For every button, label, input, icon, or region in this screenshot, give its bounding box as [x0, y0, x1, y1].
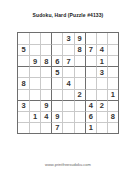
cell-r7c3: 9: [40, 100, 51, 111]
cell-r8c7: 6: [85, 111, 96, 122]
cell-r7c2: [29, 100, 40, 111]
cell-r6c6: 2: [74, 89, 85, 100]
cell-r4c5: [62, 66, 73, 77]
cell-r4c7: [85, 66, 96, 77]
cell-r4c3: [40, 66, 51, 77]
footer-url: www.printfreesudoku.com: [0, 162, 136, 167]
cell-r8c6: [74, 111, 85, 122]
cell-r3c1: [18, 55, 29, 66]
cell-r1c8: [96, 33, 107, 44]
cell-r2c2: [29, 44, 40, 55]
cell-r9c3: [40, 122, 51, 133]
cell-r1c5: 3: [62, 33, 73, 44]
cell-r7c5: [62, 100, 73, 111]
cell-r7c4: [51, 100, 62, 111]
cell-r8c2: 1: [29, 111, 40, 122]
cell-r2c6: 8: [74, 44, 85, 55]
cell-r9c8: [96, 122, 107, 133]
cell-r6c4: [51, 89, 62, 100]
cell-r5c7: [85, 77, 96, 88]
cell-r8c9: 8: [107, 111, 118, 122]
cell-r2c9: [107, 44, 118, 55]
cell-r7c7: 4: [85, 100, 96, 111]
cell-r5c9: [107, 77, 118, 88]
sudoku-page: Sudoku, Hard (Puzzle #4133) 395874986715…: [0, 0, 136, 176]
cell-r6c5: [62, 89, 73, 100]
cell-r1c9: [107, 33, 118, 44]
cell-r6c7: [85, 89, 96, 100]
cell-r6c8: [96, 89, 107, 100]
cell-r2c7: 7: [85, 44, 96, 55]
cell-r6c1: [18, 89, 29, 100]
cell-r8c8: [96, 111, 107, 122]
cell-r9c1: [18, 122, 29, 133]
cell-r5c8: [96, 77, 107, 88]
page-title: Sudoku, Hard (Puzzle #4133): [0, 12, 136, 18]
cell-r9c7: 1: [85, 122, 96, 133]
cell-r1c2: [29, 33, 40, 44]
cell-r9c9: [107, 122, 118, 133]
cell-r5c2: [29, 77, 40, 88]
cell-r2c1: 5: [18, 44, 29, 55]
cell-r3c6: [74, 55, 85, 66]
cell-r1c1: [18, 33, 29, 44]
cell-r3c2: 9: [29, 55, 40, 66]
cell-r4c4: 5: [51, 66, 62, 77]
cell-r1c4: [51, 33, 62, 44]
cell-r4c8: 3: [96, 66, 107, 77]
cell-r4c9: [107, 66, 118, 77]
cell-r9c5: [62, 122, 73, 133]
cell-r9c6: [74, 122, 85, 133]
cell-r5c1: 8: [18, 77, 29, 88]
cell-r8c5: [62, 111, 73, 122]
cell-r6c9: 1: [107, 89, 118, 100]
cell-r3c8: 1: [96, 55, 107, 66]
cell-r8c3: 4: [40, 111, 51, 122]
cell-r4c6: [74, 66, 85, 77]
cell-r9c2: [29, 122, 40, 133]
cell-r5c3: [40, 77, 51, 88]
cell-r1c6: 9: [74, 33, 85, 44]
cell-r7c1: 3: [18, 100, 29, 111]
cell-r7c6: [74, 100, 85, 111]
cell-r2c8: 4: [96, 44, 107, 55]
cell-r5c4: [51, 77, 62, 88]
cell-r1c3: [40, 33, 51, 44]
cell-r8c1: [18, 111, 29, 122]
cell-r3c5: 7: [62, 55, 73, 66]
cell-r1c7: [85, 33, 96, 44]
cell-r5c6: [74, 77, 85, 88]
cell-r3c7: [85, 55, 96, 66]
sudoku-board: 3958749867153842139421496871: [17, 32, 119, 134]
cell-r8c4: 9: [51, 111, 62, 122]
cell-r7c8: 2: [96, 100, 107, 111]
cell-r3c4: 6: [51, 55, 62, 66]
cell-r4c2: [29, 66, 40, 77]
cell-r2c5: [62, 44, 73, 55]
cell-r2c4: [51, 44, 62, 55]
cell-r3c9: [107, 55, 118, 66]
cell-r4c1: [18, 66, 29, 77]
cell-r3c3: 8: [40, 55, 51, 66]
cell-r5c5: 4: [62, 77, 73, 88]
cell-r7c9: [107, 100, 118, 111]
cell-r6c3: [40, 89, 51, 100]
cell-r9c4: 7: [51, 122, 62, 133]
cell-r2c3: [40, 44, 51, 55]
cell-r6c2: [29, 89, 40, 100]
